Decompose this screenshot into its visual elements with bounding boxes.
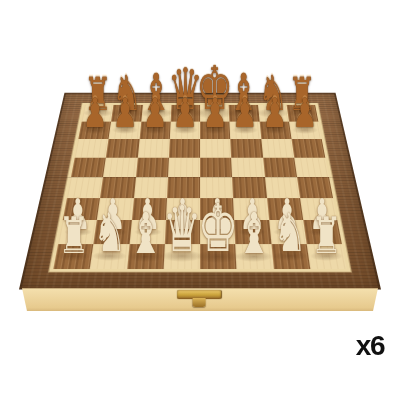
- square-a4: [67, 177, 103, 198]
- square-d5: [168, 157, 200, 177]
- square-b8: [111, 105, 142, 122]
- chess-board-3d: [19, 93, 381, 290]
- square-g2: [269, 220, 307, 244]
- square-c8: [141, 105, 171, 122]
- square-e8: [200, 105, 230, 122]
- square-b3: [97, 198, 133, 220]
- square-c4: [133, 177, 167, 198]
- square-e7: [200, 121, 230, 139]
- square-d1: [163, 244, 200, 269]
- square-d8: [170, 105, 200, 122]
- board-frame: [19, 93, 381, 290]
- square-f6: [230, 139, 262, 158]
- square-d7: [170, 121, 200, 139]
- square-h7: [289, 121, 322, 139]
- square-h8: [286, 105, 318, 122]
- square-c1: [127, 244, 165, 269]
- square-h2: [303, 220, 342, 244]
- quantity-badge: x6: [356, 330, 384, 362]
- product-photo-stage: ♜♞♝♛♚♝♞♜♟♟♟♟♟♟♟♟♟♟♟♟♟♟♟♟♜♞♝♛♚♝♞♜ x6: [0, 0, 400, 400]
- square-a5: [71, 157, 106, 177]
- square-c2: [129, 220, 166, 244]
- square-a2: [58, 220, 97, 244]
- square-g4: [265, 177, 300, 198]
- square-f3: [233, 198, 268, 220]
- brass-clasp: [177, 290, 221, 299]
- square-a8: [82, 105, 114, 122]
- square-g6: [261, 139, 294, 158]
- square-f1: [235, 244, 273, 269]
- square-f4: [232, 177, 266, 198]
- square-g5: [263, 157, 297, 177]
- square-c7: [139, 121, 170, 139]
- fold-seam: [45, 177, 355, 178]
- square-g7: [259, 121, 291, 139]
- square-e4: [200, 177, 233, 198]
- square-g3: [267, 198, 303, 220]
- square-d6: [169, 139, 200, 158]
- square-b7: [109, 121, 141, 139]
- square-d4: [167, 177, 200, 198]
- square-b2: [94, 220, 132, 244]
- square-g8: [258, 105, 289, 122]
- square-a1: [53, 244, 93, 269]
- square-b4: [100, 177, 135, 198]
- square-c5: [136, 157, 169, 177]
- square-h6: [291, 139, 325, 158]
- square-b1: [90, 244, 129, 269]
- square-a3: [63, 198, 101, 220]
- square-e1: [200, 244, 237, 269]
- square-e6: [200, 139, 231, 158]
- square-d3: [166, 198, 200, 220]
- square-a7: [78, 121, 111, 139]
- square-f5: [231, 157, 264, 177]
- square-f8: [229, 105, 259, 122]
- board-inner-border: [48, 103, 352, 273]
- chess-grid: [53, 105, 346, 269]
- square-h1: [306, 244, 346, 269]
- square-h5: [294, 157, 329, 177]
- square-b6: [106, 139, 139, 158]
- square-g1: [271, 244, 310, 269]
- square-f7: [230, 121, 261, 139]
- brass-clasp-tab: [193, 298, 206, 307]
- square-f2: [234, 220, 271, 244]
- square-h3: [300, 198, 338, 220]
- square-h4: [297, 177, 333, 198]
- square-a6: [75, 139, 109, 158]
- square-c3: [131, 198, 166, 220]
- square-e3: [200, 198, 234, 220]
- square-e5: [200, 157, 232, 177]
- square-c6: [137, 139, 169, 158]
- square-e2: [200, 220, 235, 244]
- square-b5: [103, 157, 137, 177]
- box-front-face: [22, 288, 378, 311]
- square-d2: [165, 220, 200, 244]
